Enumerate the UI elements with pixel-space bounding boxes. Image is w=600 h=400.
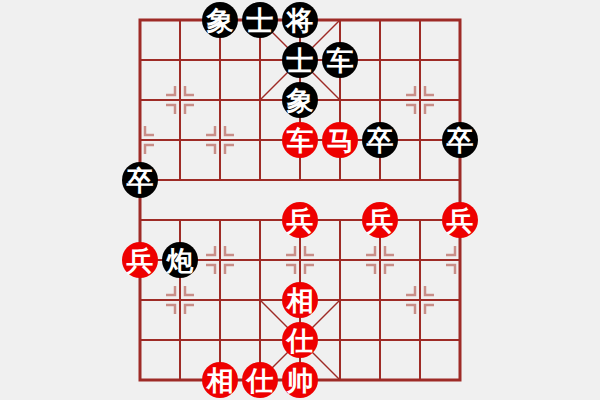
black-elephant-piece[interactable]: 象 bbox=[282, 82, 318, 118]
red-elephant-piece[interactable]: 相 bbox=[282, 282, 318, 318]
black-advisor-piece[interactable]: 士 bbox=[282, 42, 318, 78]
black-elephant-piece[interactable]: 象 bbox=[202, 2, 238, 38]
black-cannon-piece[interactable]: 炮 bbox=[162, 242, 198, 278]
red-soldier-piece[interactable]: 兵 bbox=[362, 202, 398, 238]
red-advisor-piece[interactable]: 仕 bbox=[242, 362, 278, 398]
black-soldier-piece[interactable]: 卒 bbox=[362, 122, 398, 158]
red-horse-piece[interactable]: 马 bbox=[322, 122, 358, 158]
red-elephant-piece[interactable]: 相 bbox=[202, 362, 238, 398]
black-general-piece[interactable]: 将 bbox=[282, 2, 318, 38]
black-soldier-piece[interactable]: 卒 bbox=[442, 122, 478, 158]
red-general-piece[interactable]: 帅 bbox=[282, 362, 318, 398]
red-soldier-piece[interactable]: 兵 bbox=[122, 242, 158, 278]
red-soldier-piece[interactable]: 兵 bbox=[442, 202, 478, 238]
red-soldier-piece[interactable]: 兵 bbox=[282, 202, 318, 238]
xiangqi-screenshot: 象士将士车象车马卒卒卒兵兵兵兵炮相仕相仕帅 bbox=[0, 0, 600, 400]
black-chariot-piece[interactable]: 车 bbox=[322, 42, 358, 78]
red-advisor-piece[interactable]: 仕 bbox=[282, 322, 318, 358]
xiangqi-board[interactable]: 象士将士车象车马卒卒卒兵兵兵兵炮相仕相仕帅 bbox=[120, 0, 480, 400]
black-advisor-piece[interactable]: 士 bbox=[242, 2, 278, 38]
black-soldier-piece[interactable]: 卒 bbox=[122, 162, 158, 198]
red-chariot-piece[interactable]: 车 bbox=[282, 122, 318, 158]
